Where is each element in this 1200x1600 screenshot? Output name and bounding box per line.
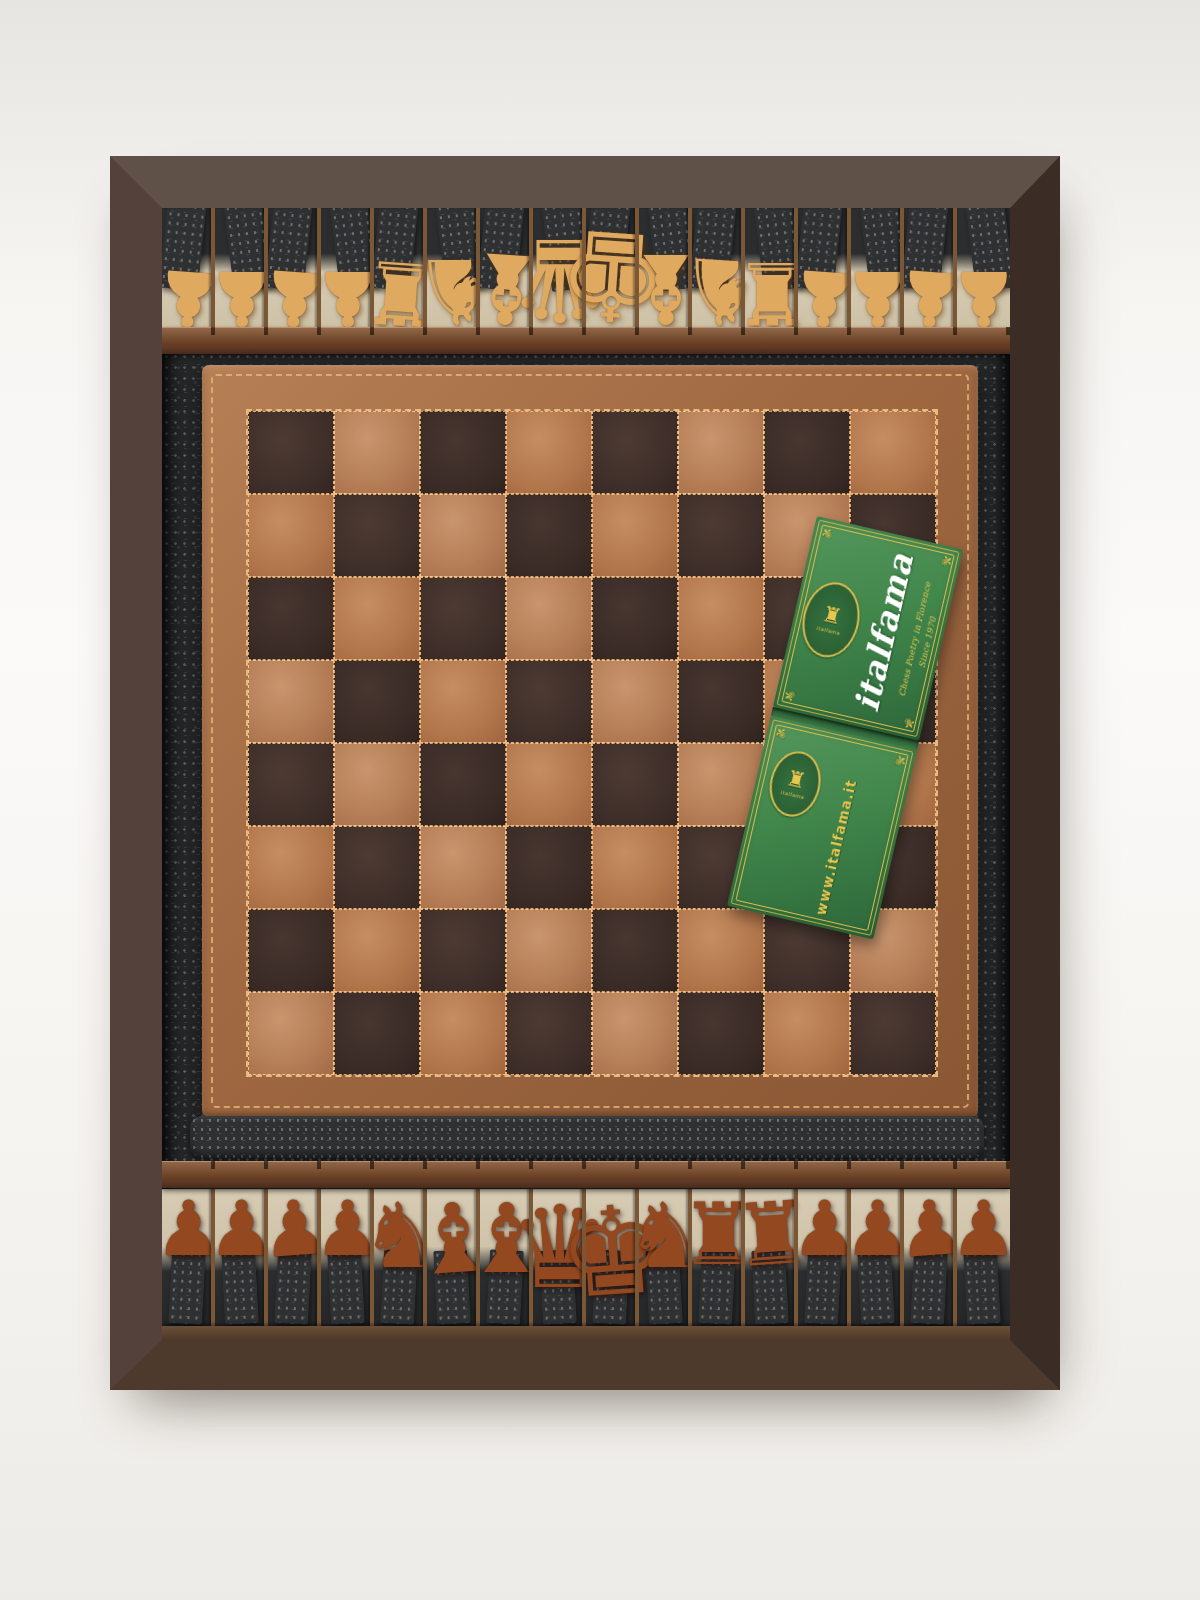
product-photo-scene: ♟♟♟♟♜♞♝♛♚♝♞♜♟♟♟♟ ♟♟♟♟♞♝♝♛♚♞♜♜♟♟♟♟ ⚜ ⚜ ⚜ … [0,0,1200,1600]
board-square [334,660,420,743]
board-square [420,909,506,992]
board-square [506,494,592,577]
frame-interior-foam: ♟♟♟♟♜♞♝♛♚♝♞♜♟♟♟♟ ♟♟♟♟♞♝♝♛♚♞♜♜♟♟♟♟ ⚜ ⚜ ⚜ … [162,208,1010,1340]
board-square [592,743,678,826]
board-square [506,826,592,909]
board-square [506,743,592,826]
website-url: www.italfama.it [813,777,860,916]
rack-slot: ♟ [957,1189,1010,1326]
board-square [334,992,420,1075]
board-square [592,826,678,909]
board-square [248,743,334,826]
frame-inner-bottom-ledge [162,1326,1010,1340]
top-rack-rail [162,327,1010,354]
board-square [592,494,678,577]
board-square [592,909,678,992]
board-square [506,992,592,1075]
board-square [678,660,764,743]
walnut-wall-frame: ♟♟♟♟♜♞♝♛♚♝♞♜♟♟♟♟ ♟♟♟♟♞♝♝♛♚♞♜♜♟♟♟♟ ⚜ ⚜ ⚜ … [110,156,1060,1390]
board-square [764,992,850,1075]
board-square [334,826,420,909]
bottom-piece-rack: ♟♟♟♟♞♝♝♛♚♞♜♜♟♟♟♟ [162,1189,1010,1326]
board-square [334,494,420,577]
black-pawn-piece: ♟ [949,1191,1010,1267]
board-square [248,660,334,743]
board-square [678,909,764,992]
italfama-logo: ♜ italfama [795,576,867,663]
rack-slot: ♟ [957,208,1010,328]
board-square [420,660,506,743]
board-square [764,411,850,494]
board-square [678,992,764,1075]
italfama-logo: ♜ italfama [763,746,827,822]
board-square [592,660,678,743]
rook-emblem-icon: ♜ [784,767,808,793]
board-square [678,494,764,577]
board-square [592,411,678,494]
board-square [592,992,678,1075]
board-square [506,577,592,660]
board-square [850,411,936,494]
board-square [678,577,764,660]
board-square [248,826,334,909]
board-square [248,494,334,577]
foam-strip-below-board [190,1116,984,1158]
board-square [334,577,420,660]
board-square [334,743,420,826]
board-square [678,411,764,494]
board-square [334,411,420,494]
board-square [334,909,420,992]
board-square [420,411,506,494]
board-square [420,577,506,660]
top-piece-rack: ♟♟♟♟♜♞♝♛♚♝♞♜♟♟♟♟ [162,208,1010,328]
board-square [420,494,506,577]
card-lower-content: ♜ italfama www.italfama.it [739,727,905,927]
white-pawn-piece: ♟ [949,260,1010,336]
board-square [248,909,334,992]
bottom-rack-rail [162,1161,1010,1188]
rook-emblem-icon: ♜ [820,603,844,629]
board-square [850,992,936,1075]
board-square [420,992,506,1075]
card-upper-content: ♜ italfama italfama Chess Poetry in Flor… [785,528,951,728]
board-square [506,660,592,743]
board-square [248,577,334,660]
board-square [506,909,592,992]
board-square [248,992,334,1075]
board-square [592,577,678,660]
board-square [420,826,506,909]
board-square [420,743,506,826]
board-square [248,411,334,494]
board-square [506,411,592,494]
